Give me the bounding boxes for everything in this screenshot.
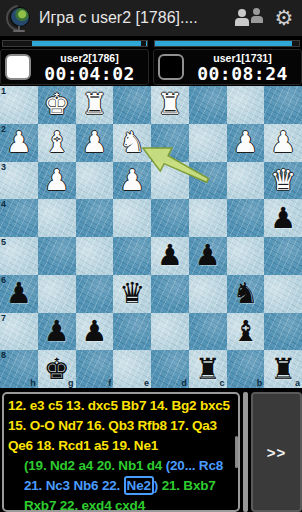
- square-b3[interactable]: [227, 162, 265, 200]
- square-e7[interactable]: [113, 313, 151, 351]
- fast-forward-button[interactable]: >>: [251, 392, 302, 512]
- rank-label-8: 8: [1, 350, 6, 360]
- move-list-panel[interactable]: 12. e3 c5 13. dxc5 Bb7 14. Bg2 bxc5 15. …: [2, 392, 240, 512]
- file-label-a: a: [295, 378, 300, 388]
- file-label-f: f: [108, 378, 111, 388]
- square-a3[interactable]: ♛: [264, 162, 302, 200]
- black-clock: 00:08:24: [186, 64, 299, 83]
- square-b6[interactable]: ♞: [227, 275, 265, 313]
- app-logo-globe-icon: [6, 4, 32, 32]
- square-g8[interactable]: g♚: [38, 350, 76, 388]
- square-g6[interactable]: [38, 275, 76, 313]
- square-b4[interactable]: [227, 199, 265, 237]
- square-f7[interactable]: ♟: [76, 313, 114, 351]
- square-c6[interactable]: [189, 275, 227, 313]
- piece-black-king-g8: ♚: [44, 355, 70, 384]
- square-d2[interactable]: [151, 124, 189, 162]
- piece-white-pawn-h2: ♟: [6, 128, 32, 157]
- current-move-highlight[interactable]: Ne2: [124, 476, 154, 495]
- piece-white-knight-e2: ♞: [119, 128, 145, 157]
- square-g3[interactable]: ♟: [38, 162, 76, 200]
- square-a6[interactable]: [264, 275, 302, 313]
- square-e8[interactable]: e: [113, 350, 151, 388]
- piece-white-bishop-g2: ♝: [44, 128, 70, 157]
- rank-label-1: 1: [1, 86, 6, 96]
- piece-black-pawn-f7: ♟: [81, 317, 107, 346]
- square-h2[interactable]: 2♟: [0, 124, 38, 162]
- piece-white-king-g1: ♚: [44, 90, 70, 119]
- move-list-scrollbar[interactable]: [235, 436, 238, 468]
- rank-label-4: 4: [1, 199, 6, 209]
- rank-label-2: 2: [1, 124, 6, 134]
- square-e3[interactable]: ♟: [113, 162, 151, 200]
- square-c8[interactable]: c♜: [189, 350, 227, 388]
- square-b2[interactable]: ♟: [227, 124, 265, 162]
- piece-black-pawn-d5: ♟: [157, 241, 183, 270]
- piece-white-pawn-e3: ♟: [119, 166, 145, 195]
- square-e5[interactable]: [113, 237, 151, 275]
- black-player-name: user1[1731]: [186, 52, 299, 64]
- gear-icon[interactable]: ⚙: [272, 8, 296, 28]
- title-bar: Игра с user2 [1786].... ⚙: [0, 0, 302, 38]
- square-f3[interactable]: [76, 162, 114, 200]
- panel-divider-scrollbar[interactable]: [243, 392, 248, 512]
- square-h1[interactable]: 1: [0, 86, 38, 124]
- rank-label-5: 5: [1, 237, 6, 247]
- square-c2[interactable]: [189, 124, 227, 162]
- square-g1[interactable]: ♚: [38, 86, 76, 124]
- square-c7[interactable]: [189, 313, 227, 351]
- square-c3[interactable]: [189, 162, 227, 200]
- piece-black-pawn-g7: ♟: [44, 317, 70, 346]
- square-b5[interactable]: [227, 237, 265, 275]
- square-d7[interactable]: [151, 313, 189, 351]
- white-time-bar-marker: [141, 41, 145, 46]
- rank-label-3: 3: [1, 162, 6, 172]
- piece-white-rook-d1: ♜: [157, 90, 183, 119]
- piece-white-pawn-f2: ♟: [81, 128, 107, 157]
- piece-black-bishop-b7: ♝: [232, 317, 258, 346]
- square-c4[interactable]: [189, 199, 227, 237]
- white-color-indicator: [5, 54, 31, 80]
- rank-label-7: 7: [1, 313, 6, 323]
- square-d6[interactable]: [151, 275, 189, 313]
- square-h8[interactable]: 8h: [0, 350, 38, 388]
- piece-white-pawn-g3: ♟: [44, 166, 70, 195]
- square-b8[interactable]: b: [227, 350, 265, 388]
- move-text-segment[interactable]: (19. Nd2 a4 20. Nb1 d4: [24, 458, 166, 473]
- square-a5[interactable]: [264, 237, 302, 275]
- file-label-h: h: [30, 378, 36, 388]
- square-g7[interactable]: ♟: [38, 313, 76, 351]
- file-label-e: e: [144, 378, 149, 388]
- square-h4[interactable]: 4: [0, 199, 38, 237]
- piece-white-rook-f1: ♜: [81, 90, 107, 119]
- square-a7[interactable]: [264, 313, 302, 351]
- square-g4[interactable]: [38, 199, 76, 237]
- square-f2[interactable]: ♟: [76, 124, 114, 162]
- time-progress-row: [0, 38, 302, 48]
- square-f6[interactable]: [76, 275, 114, 313]
- piece-black-queen-e6: ♛: [119, 279, 145, 308]
- square-g5[interactable]: [38, 237, 76, 275]
- piece-white-pawn-b2: ♟: [232, 128, 258, 157]
- square-d1[interactable]: ♜: [151, 86, 189, 124]
- bottom-area: 12. e3 c5 13. dxc5 Bb7 14. Bg2 bxc5 15. …: [0, 392, 302, 512]
- square-f4[interactable]: [76, 199, 114, 237]
- square-f8[interactable]: f: [76, 350, 114, 388]
- piece-black-knight-b6: ♞: [232, 279, 258, 308]
- square-b1[interactable]: [227, 86, 265, 124]
- move-text-segment[interactable]: 12. e3 c5 13. dxc5 Bb7 14. Bg2 bxc5 15. …: [8, 398, 230, 453]
- square-g2[interactable]: ♝: [38, 124, 76, 162]
- black-color-indicator: [158, 54, 184, 80]
- square-d5[interactable]: ♟: [151, 237, 189, 275]
- chess-board[interactable]: 1♚♜♜2♟♝♟♞♟♟3♟♟♛4♟5♟♟6♟♛♞7♟♟♝8hg♚fedc♜ba♜: [0, 86, 302, 388]
- rank-label-6: 6: [1, 275, 6, 285]
- file-label-b: b: [257, 378, 263, 388]
- black-time-bar-empty: [292, 41, 299, 46]
- main-line-block: 12. e3 c5 13. dxc5 Bb7 14. Bg2 bxc5 15. …: [8, 396, 234, 456]
- piece-black-rook-a8: ♜: [270, 355, 296, 384]
- white-time-bar: [2, 40, 148, 47]
- white-time-bar-empty: [3, 41, 32, 46]
- square-h6[interactable]: 6♟: [0, 275, 38, 313]
- square-h5[interactable]: 5: [0, 237, 38, 275]
- clock-row: user2[1786] 00:04:02 user1[1731] 00:08:2…: [0, 48, 302, 86]
- white-player-panel: user2[1786] 00:04:02: [0, 49, 149, 85]
- file-label-d: d: [181, 378, 187, 388]
- piece-white-pawn-a2: ♟: [270, 128, 296, 157]
- square-f1[interactable]: ♜: [76, 86, 114, 124]
- square-e1[interactable]: [113, 86, 151, 124]
- board-area: 1♚♜♜2♟♝♟♞♟♟3♟♟♛4♟5♟♟6♟♛♞7♟♟♝8hg♚fedc♜ba♜: [0, 86, 302, 388]
- square-c1[interactable]: [189, 86, 227, 124]
- square-h7[interactable]: 7: [0, 313, 38, 351]
- square-a4[interactable]: ♟: [264, 199, 302, 237]
- piece-black-pawn-h6: ♟: [6, 279, 32, 308]
- file-label-g: g: [68, 378, 74, 388]
- square-c5[interactable]: ♟: [189, 237, 227, 275]
- window-title: Игра с user2 [1786]....: [39, 9, 228, 27]
- square-f5[interactable]: [76, 237, 114, 275]
- app-screen: Игра с user2 [1786].... ⚙ user2[1786] 00…: [0, 0, 302, 512]
- players-icon[interactable]: [235, 8, 265, 28]
- square-d3[interactable]: [151, 162, 189, 200]
- square-a1[interactable]: [264, 86, 302, 124]
- piece-black-rook-c8: ♜: [195, 355, 221, 384]
- square-d8[interactable]: d: [151, 350, 189, 388]
- piece-white-queen-a3: ♛: [270, 166, 296, 195]
- square-e6[interactable]: ♛: [113, 275, 151, 313]
- white-player-name: user2[1786]: [33, 52, 146, 64]
- black-time-bar: [154, 40, 300, 47]
- square-a2[interactable]: ♟: [264, 124, 302, 162]
- piece-black-pawn-a4: ♟: [270, 204, 296, 233]
- piece-black-pawn-c5: ♟: [195, 241, 221, 270]
- white-clock: 00:04:02: [33, 64, 146, 83]
- square-e4[interactable]: [113, 199, 151, 237]
- variation-block: (19. Nd2 a4 20. Nb1 d4 (20... Rc8 21. Nc…: [8, 456, 234, 512]
- move-text-segment[interactable]: ): [154, 478, 162, 493]
- black-player-panel: user1[1731] 00:08:24: [153, 49, 302, 85]
- square-h3[interactable]: 3: [0, 162, 38, 200]
- square-a8[interactable]: a♜: [264, 350, 302, 388]
- square-e2[interactable]: ♞: [113, 124, 151, 162]
- file-label-c: c: [219, 378, 224, 388]
- square-b7[interactable]: ♝: [227, 313, 265, 351]
- square-d4[interactable]: [151, 199, 189, 237]
